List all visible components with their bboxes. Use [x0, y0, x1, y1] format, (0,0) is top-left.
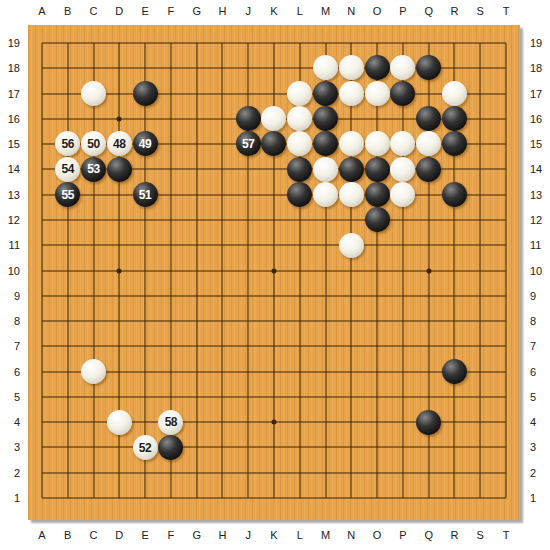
intersection-m15[interactable]	[313, 131, 339, 156]
coord-col-top-g: G	[192, 5, 201, 17]
white-stone-k16[interactable]	[261, 106, 286, 131]
coord-col-bottom-b: B	[64, 529, 71, 541]
white-stone-n17[interactable]	[339, 81, 364, 106]
intersection-p15[interactable]	[390, 131, 416, 156]
white-stone-p13[interactable]	[390, 182, 415, 207]
coord-col-bottom-e: E	[141, 529, 148, 541]
coord-col-bottom-n: N	[347, 529, 355, 541]
intersection-b14[interactable]: 54	[55, 157, 81, 182]
black-stone-n14[interactable]	[339, 157, 364, 182]
intersection-r17[interactable]	[442, 81, 468, 106]
move-number: 57	[242, 138, 254, 150]
coord-row-left-13: 13	[8, 189, 20, 201]
coord-row-left-11: 11	[9, 239, 20, 251]
black-stone-r13[interactable]	[442, 182, 467, 207]
intersection-c6[interactable]	[81, 359, 107, 384]
coord-col-bottom-f: F	[168, 529, 175, 541]
coord-col-bottom-p: P	[399, 529, 406, 541]
black-stone-m17[interactable]	[313, 81, 338, 106]
coord-row-right-1: 1	[530, 492, 536, 504]
coord-col-top-a: A	[38, 5, 45, 17]
coord-col-top-q: Q	[424, 5, 433, 17]
move-number: 50	[87, 138, 99, 150]
white-stone-m14[interactable]	[313, 157, 338, 182]
move-number: 56	[61, 138, 73, 150]
coord-row-left-18: 18	[8, 62, 20, 74]
coord-row-left-8: 8	[14, 315, 20, 327]
white-stone-n13[interactable]	[339, 182, 364, 207]
intersection-e17[interactable]	[132, 81, 158, 106]
stones-grid[interactable]: 5650484957545355515852	[29, 30, 519, 511]
coord-row-right-9: 9	[530, 290, 536, 302]
coord-row-left-15: 15	[8, 138, 20, 150]
coord-col-bottom-o: O	[373, 529, 382, 541]
coord-row-right-17: 17	[530, 88, 542, 100]
coord-col-bottom-s: S	[477, 529, 484, 541]
black-stone-o13[interactable]	[365, 182, 390, 207]
move-number: 51	[139, 189, 151, 201]
intersection-l13[interactable]	[287, 182, 313, 207]
intersection-k15[interactable]	[261, 131, 287, 156]
white-stone-p15[interactable]	[390, 131, 415, 156]
white-stone-d4[interactable]	[107, 410, 132, 435]
coord-row-left-2: 2	[14, 467, 20, 479]
black-stone-o18[interactable]	[365, 55, 390, 80]
coord-row-right-11: 11	[530, 239, 541, 251]
coord-col-top-c: C	[90, 5, 98, 17]
intersection-o17[interactable]	[364, 81, 390, 106]
coord-col-bottom-j: J	[245, 529, 251, 541]
coord-row-right-6: 6	[530, 366, 536, 378]
intersection-r16[interactable]	[442, 106, 468, 131]
black-stone-e13[interactable]: 51	[133, 182, 158, 207]
coord-row-left-3: 3	[14, 441, 20, 453]
intersection-q15[interactable]	[416, 131, 442, 156]
intersection-b13[interactable]: 55	[55, 182, 81, 207]
black-stone-r6[interactable]	[442, 359, 467, 384]
intersection-o12[interactable]	[364, 207, 390, 232]
intersection-c15[interactable]: 50	[81, 131, 107, 156]
white-stone-c15[interactable]: 50	[81, 131, 106, 156]
coord-row-left-10: 10	[8, 265, 20, 277]
black-stone-b13[interactable]: 55	[55, 182, 80, 207]
coord-col-top-r: R	[450, 5, 458, 17]
intersection-d4[interactable]	[106, 410, 132, 435]
white-stone-d15[interactable]: 48	[107, 131, 132, 156]
coord-row-left-14: 14	[8, 163, 20, 175]
coord-col-bottom-k: K	[270, 529, 277, 541]
intersection-q18[interactable]	[416, 55, 442, 80]
intersection-p13[interactable]	[390, 182, 416, 207]
white-stone-n15[interactable]	[339, 131, 364, 156]
intersection-n17[interactable]	[338, 81, 364, 106]
coord-row-left-6: 6	[14, 366, 20, 378]
intersection-l15[interactable]	[287, 131, 313, 156]
white-stone-l15[interactable]	[287, 131, 312, 156]
black-stone-q18[interactable]	[416, 55, 441, 80]
coord-col-top-m: M	[321, 5, 330, 17]
coord-col-bottom-g: G	[192, 529, 201, 541]
intersection-k16[interactable]	[261, 106, 287, 131]
intersection-m13[interactable]	[313, 182, 339, 207]
intersection-d14[interactable]	[106, 157, 132, 182]
intersection-p18[interactable]	[390, 55, 416, 80]
white-stone-n11[interactable]	[339, 233, 364, 258]
move-number: 49	[139, 138, 151, 150]
intersection-b15[interactable]: 56	[55, 131, 81, 156]
white-stone-f4[interactable]: 58	[158, 410, 183, 435]
intersection-c14[interactable]: 53	[81, 157, 107, 182]
coord-col-bottom-l: L	[297, 529, 303, 541]
intersection-n14[interactable]	[338, 157, 364, 182]
coord-col-top-b: B	[64, 5, 71, 17]
intersection-m17[interactable]	[313, 81, 339, 106]
coord-row-right-16: 16	[530, 113, 542, 125]
move-number: 55	[61, 189, 73, 201]
coord-col-bottom-q: Q	[424, 529, 433, 541]
white-stone-r17[interactable]	[442, 81, 467, 106]
black-stone-o14[interactable]	[365, 157, 390, 182]
coord-row-right-12: 12	[530, 214, 542, 226]
coord-row-left-17: 17	[8, 88, 20, 100]
intersection-m18[interactable]	[313, 55, 339, 80]
coord-row-left-5: 5	[14, 391, 20, 403]
go-board-screenshot: ABCDEFGHJKLMNOPQRST ABCDEFGHJKLMNOPQRST …	[0, 0, 550, 550]
coord-row-left-12: 12	[8, 214, 20, 226]
white-stone-n18[interactable]	[339, 55, 364, 80]
coord-row-right-7: 7	[530, 340, 536, 352]
move-number: 48	[113, 138, 125, 150]
coord-col-top-d: D	[115, 5, 123, 17]
coord-row-right-13: 13	[530, 189, 542, 201]
coord-row-right-19: 19	[530, 37, 542, 49]
column-labels-top: ABCDEFGHJKLMNOPQRST	[42, 5, 506, 19]
coord-col-top-n: N	[347, 5, 355, 17]
intersection-q4[interactable]	[416, 410, 442, 435]
coord-col-top-k: K	[270, 5, 277, 17]
coord-col-top-j: J	[245, 5, 251, 17]
black-stone-q4[interactable]	[416, 410, 441, 435]
coord-col-bottom-m: M	[321, 529, 330, 541]
white-stone-m18[interactable]	[313, 55, 338, 80]
black-stone-d14[interactable]	[107, 157, 132, 182]
black-stone-r15[interactable]	[442, 131, 467, 156]
intersection-r6[interactable]	[442, 359, 468, 384]
black-stone-q14[interactable]	[416, 157, 441, 182]
black-stone-m16[interactable]	[313, 106, 338, 131]
coord-col-top-o: O	[373, 5, 382, 17]
intersection-o13[interactable]	[364, 182, 390, 207]
intersection-j15[interactable]: 57	[235, 131, 261, 156]
black-stone-m15[interactable]	[313, 131, 338, 156]
intersection-p17[interactable]	[390, 81, 416, 106]
coord-row-right-2: 2	[530, 467, 536, 479]
black-stone-l14[interactable]	[287, 157, 312, 182]
black-stone-k15[interactable]	[261, 131, 286, 156]
black-stone-q16[interactable]	[416, 106, 441, 131]
intersection-n18[interactable]	[338, 55, 364, 80]
white-stone-o15[interactable]	[365, 131, 390, 156]
coord-col-top-e: E	[141, 5, 148, 17]
intersection-e13[interactable]: 51	[132, 182, 158, 207]
coord-col-bottom-t: T	[503, 529, 510, 541]
intersection-n15[interactable]	[338, 131, 364, 156]
coord-col-top-h: H	[218, 5, 226, 17]
intersection-f4[interactable]: 58	[158, 410, 184, 435]
coord-row-right-18: 18	[530, 62, 542, 74]
intersection-l17[interactable]	[287, 81, 313, 106]
white-stone-p14[interactable]	[390, 157, 415, 182]
intersection-o15[interactable]	[364, 131, 390, 156]
column-labels-bottom: ABCDEFGHJKLMNOPQRST	[42, 529, 506, 543]
coord-row-left-7: 7	[14, 340, 20, 352]
intersection-q14[interactable]	[416, 157, 442, 182]
coord-col-bottom-c: C	[90, 529, 98, 541]
black-stone-o12[interactable]	[365, 207, 390, 232]
black-stone-l13[interactable]	[287, 182, 312, 207]
coord-col-top-f: F	[168, 5, 175, 17]
coord-col-bottom-r: R	[450, 529, 458, 541]
intersection-o18[interactable]	[364, 55, 390, 80]
intersection-n13[interactable]	[338, 182, 364, 207]
coord-row-left-19: 19	[8, 37, 20, 49]
black-stone-p17[interactable]	[390, 81, 415, 106]
coord-row-left-16: 16	[8, 113, 20, 125]
white-stone-m13[interactable]	[313, 182, 338, 207]
intersection-f3[interactable]	[158, 435, 184, 460]
intersection-m14[interactable]	[313, 157, 339, 182]
intersection-e15[interactable]: 49	[132, 131, 158, 156]
intersection-m16[interactable]	[313, 106, 339, 131]
black-stone-e17[interactable]	[133, 81, 158, 106]
white-stone-e3[interactable]: 52	[133, 435, 158, 460]
coord-col-bottom-d: D	[115, 529, 123, 541]
black-stone-j15[interactable]: 57	[236, 131, 261, 156]
intersection-d15[interactable]: 48	[106, 131, 132, 156]
intersection-q16[interactable]	[416, 106, 442, 131]
intersection-o14[interactable]	[364, 157, 390, 182]
coord-row-left-4: 4	[14, 416, 20, 428]
coord-row-right-10: 10	[530, 265, 542, 277]
white-stone-c17[interactable]	[81, 81, 106, 106]
white-stone-l16[interactable]	[287, 106, 312, 131]
coord-col-top-t: T	[503, 5, 510, 17]
black-stone-c14[interactable]: 53	[81, 157, 106, 182]
white-stone-l17[interactable]	[287, 81, 312, 106]
coord-row-right-5: 5	[530, 391, 536, 403]
coord-col-bottom-a: A	[38, 529, 45, 541]
move-number: 53	[87, 163, 99, 175]
coord-col-top-l: L	[297, 5, 303, 17]
coord-row-right-8: 8	[530, 315, 536, 327]
coord-row-right-14: 14	[530, 163, 542, 175]
white-stone-q15[interactable]	[416, 131, 441, 156]
intersection-n11[interactable]	[338, 233, 364, 258]
coord-row-right-4: 4	[530, 416, 536, 428]
move-number: 54	[61, 163, 73, 175]
black-stone-f3[interactable]	[158, 435, 183, 460]
white-stone-b14[interactable]: 54	[55, 157, 80, 182]
coord-col-top-s: S	[477, 5, 484, 17]
black-stone-e15[interactable]: 49	[133, 131, 158, 156]
row-labels-left: 19181716151413121110987654321	[0, 43, 24, 498]
white-stone-c6[interactable]	[81, 359, 106, 384]
intersection-l16[interactable]	[287, 106, 313, 131]
coord-row-left-9: 9	[14, 290, 20, 302]
black-stone-r16[interactable]	[442, 106, 467, 131]
intersection-l14[interactable]	[287, 157, 313, 182]
black-stone-j16[interactable]	[236, 106, 261, 131]
intersection-e3[interactable]: 52	[132, 435, 158, 460]
move-number: 52	[139, 442, 151, 454]
intersection-j16[interactable]	[235, 106, 261, 131]
intersection-r15[interactable]	[442, 131, 468, 156]
intersection-r13[interactable]	[442, 182, 468, 207]
coord-row-right-15: 15	[530, 138, 542, 150]
white-stone-b15[interactable]: 56	[55, 131, 80, 156]
move-number: 58	[165, 416, 177, 428]
white-stone-o17[interactable]	[365, 81, 390, 106]
coord-row-left-1: 1	[14, 492, 20, 504]
coord-row-right-3: 3	[530, 441, 536, 453]
intersection-p14[interactable]	[390, 157, 416, 182]
coord-col-top-p: P	[399, 5, 406, 17]
intersection-c17[interactable]	[81, 81, 107, 106]
coord-col-bottom-h: H	[218, 529, 226, 541]
row-labels-right: 19181716151413121110987654321	[526, 43, 550, 498]
white-stone-p18[interactable]	[390, 55, 415, 80]
